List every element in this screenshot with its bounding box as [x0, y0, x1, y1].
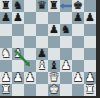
black-pawn[interactable]: ♟ — [12, 12, 24, 24]
square-f6[interactable]: ♞ — [60, 24, 72, 36]
white-pawn[interactable]: ♟ — [60, 60, 72, 72]
square-c5[interactable] — [24, 36, 36, 48]
white-king[interactable]: ♚ — [48, 84, 60, 96]
square-f1[interactable] — [60, 84, 72, 96]
square-a6[interactable] — [0, 24, 12, 36]
white-rook[interactable]: ♜ — [84, 84, 96, 96]
square-e5[interactable] — [48, 36, 60, 48]
square-g7[interactable]: ♟ — [72, 12, 84, 24]
square-c4[interactable] — [24, 48, 36, 60]
square-b4[interactable]: ♝ — [12, 48, 24, 60]
black-pawn[interactable]: ♟ — [0, 12, 12, 24]
square-g6[interactable] — [72, 24, 84, 36]
square-d3[interactable]: ♝ — [36, 60, 48, 72]
black-pawn[interactable]: ♟ — [48, 24, 60, 36]
square-c1[interactable] — [24, 84, 36, 96]
square-b1[interactable] — [12, 84, 24, 96]
square-h6[interactable] — [84, 24, 96, 36]
square-h7[interactable]: ♟ — [84, 12, 96, 24]
square-a4[interactable]: ♞ — [0, 48, 12, 60]
white-pawn[interactable]: ♟ — [24, 72, 36, 84]
black-rook[interactable]: ♜ — [48, 0, 60, 12]
square-d6[interactable] — [36, 24, 48, 36]
black-pawn[interactable]: ♟ — [84, 12, 96, 24]
white-bishop[interactable]: ♝ — [36, 60, 48, 72]
white-pawn[interactable]: ♟ — [72, 72, 84, 84]
square-e8[interactable]: ♜ — [48, 0, 60, 12]
square-d2[interactable] — [36, 72, 48, 84]
square-a1[interactable]: ♜ — [0, 84, 12, 96]
square-e6[interactable]: ♟ — [48, 24, 60, 36]
square-b6[interactable] — [12, 24, 24, 36]
white-bishop[interactable]: ♝ — [12, 48, 24, 60]
white-pawn[interactable]: ♟ — [12, 72, 24, 84]
square-g4[interactable] — [72, 48, 84, 60]
chess-board[interactable]: ♜♞♛♜♚♟♟♟♟♟♞♞♝♟♝♝♟♟♟♟♛♟♟♜♚♜ — [0, 0, 96, 96]
square-f3[interactable]: ♟ — [60, 60, 72, 72]
square-c8[interactable] — [24, 0, 36, 12]
square-g5[interactable] — [72, 36, 84, 48]
square-h4[interactable] — [84, 48, 96, 60]
square-b7[interactable]: ♟ — [12, 12, 24, 24]
square-b2[interactable]: ♟ — [12, 72, 24, 84]
square-g1[interactable] — [72, 84, 84, 96]
square-c6[interactable] — [24, 24, 36, 36]
white-knight[interactable]: ♞ — [0, 48, 12, 60]
black-knight[interactable]: ♞ — [60, 24, 72, 36]
square-g2[interactable]: ♟ — [72, 72, 84, 84]
black-pawn[interactable]: ♟ — [72, 12, 84, 24]
square-f8[interactable] — [60, 0, 72, 12]
square-d8[interactable]: ♛ — [36, 0, 48, 12]
square-h1[interactable]: ♜ — [84, 84, 96, 96]
square-f5[interactable] — [60, 36, 72, 48]
square-d1[interactable] — [36, 84, 48, 96]
white-rook[interactable]: ♜ — [0, 84, 12, 96]
square-c2[interactable]: ♟ — [24, 72, 36, 84]
square-d7[interactable] — [36, 12, 48, 24]
square-c7[interactable] — [24, 12, 36, 24]
square-a7[interactable]: ♟ — [0, 12, 12, 24]
black-queen[interactable]: ♛ — [36, 0, 48, 12]
square-f2[interactable] — [60, 72, 72, 84]
square-e1[interactable]: ♚ — [48, 84, 60, 96]
square-h5[interactable] — [84, 36, 96, 48]
app-background: ♜♞♛♜♚♟♟♟♟♟♞♞♝♟♝♝♟♟♟♟♛♟♟♜♚♜ — [0, 0, 100, 98]
